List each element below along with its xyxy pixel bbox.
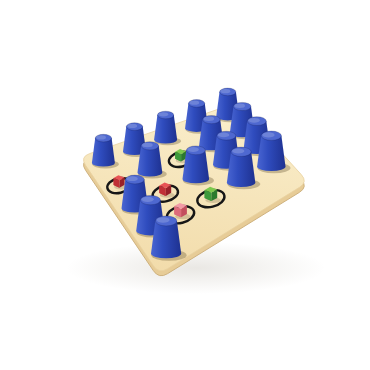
cup-r3c4[interactable] (257, 131, 290, 173)
photo-canvas (0, 0, 370, 370)
memory-game-board (0, 0, 370, 370)
